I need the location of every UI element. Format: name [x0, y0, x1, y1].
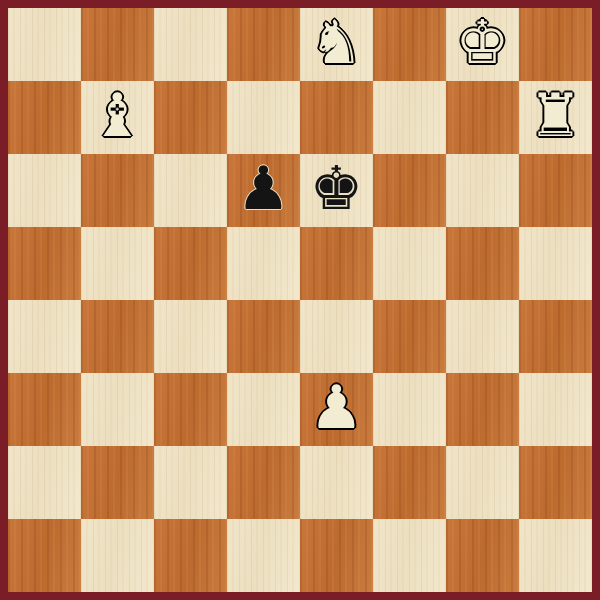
piece-black-pawn-d6[interactable]: ♟ [237, 154, 291, 225]
piece-white-knight-e8[interactable]: ♞ [310, 8, 364, 79]
square-f6[interactable] [373, 154, 446, 227]
square-e3[interactable]: ♟ [300, 373, 373, 446]
square-h1[interactable] [519, 519, 592, 592]
square-e7[interactable] [300, 81, 373, 154]
square-h8[interactable] [519, 8, 592, 81]
square-f7[interactable] [373, 81, 446, 154]
square-b8[interactable] [81, 8, 154, 81]
square-f8[interactable] [373, 8, 446, 81]
square-c6[interactable] [154, 154, 227, 227]
square-f5[interactable] [373, 227, 446, 300]
square-d2[interactable] [227, 446, 300, 519]
square-d4[interactable] [227, 300, 300, 373]
square-c8[interactable] [154, 8, 227, 81]
square-b3[interactable] [81, 373, 154, 446]
square-f2[interactable] [373, 446, 446, 519]
square-e4[interactable] [300, 300, 373, 373]
piece-white-bishop-b7[interactable]: ♝ [91, 81, 145, 152]
square-d7[interactable] [227, 81, 300, 154]
square-a6[interactable] [8, 154, 81, 227]
square-c3[interactable] [154, 373, 227, 446]
square-e5[interactable] [300, 227, 373, 300]
square-b2[interactable] [81, 446, 154, 519]
square-g3[interactable] [446, 373, 519, 446]
chess-board: ♞♚♝♜♟♚♟ [8, 8, 592, 592]
square-a1[interactable] [8, 519, 81, 592]
square-g7[interactable] [446, 81, 519, 154]
square-d5[interactable] [227, 227, 300, 300]
square-g4[interactable] [446, 300, 519, 373]
square-c2[interactable] [154, 446, 227, 519]
square-c7[interactable] [154, 81, 227, 154]
square-b6[interactable] [81, 154, 154, 227]
square-a5[interactable] [8, 227, 81, 300]
square-a7[interactable] [8, 81, 81, 154]
square-g1[interactable] [446, 519, 519, 592]
square-d1[interactable] [227, 519, 300, 592]
square-f1[interactable] [373, 519, 446, 592]
square-g8[interactable]: ♚ [446, 8, 519, 81]
square-h4[interactable] [519, 300, 592, 373]
square-h5[interactable] [519, 227, 592, 300]
square-a3[interactable] [8, 373, 81, 446]
square-g5[interactable] [446, 227, 519, 300]
piece-white-rook-h7[interactable]: ♜ [529, 81, 583, 152]
square-b1[interactable] [81, 519, 154, 592]
square-b5[interactable] [81, 227, 154, 300]
square-b7[interactable]: ♝ [81, 81, 154, 154]
square-f4[interactable] [373, 300, 446, 373]
square-e1[interactable] [300, 519, 373, 592]
piece-white-pawn-e3[interactable]: ♟ [310, 373, 364, 444]
square-d3[interactable] [227, 373, 300, 446]
square-c4[interactable] [154, 300, 227, 373]
square-c1[interactable] [154, 519, 227, 592]
square-h2[interactable] [519, 446, 592, 519]
square-b4[interactable] [81, 300, 154, 373]
square-a8[interactable] [8, 8, 81, 81]
piece-black-king-e6[interactable]: ♚ [310, 154, 364, 225]
square-a4[interactable] [8, 300, 81, 373]
square-a2[interactable] [8, 446, 81, 519]
piece-white-king-g8[interactable]: ♚ [456, 8, 510, 79]
square-g6[interactable] [446, 154, 519, 227]
square-d8[interactable] [227, 8, 300, 81]
square-f3[interactable] [373, 373, 446, 446]
square-e6[interactable]: ♚ [300, 154, 373, 227]
square-c5[interactable] [154, 227, 227, 300]
square-g2[interactable] [446, 446, 519, 519]
square-e2[interactable] [300, 446, 373, 519]
square-h6[interactable] [519, 154, 592, 227]
square-d6[interactable]: ♟ [227, 154, 300, 227]
square-e8[interactable]: ♞ [300, 8, 373, 81]
square-h7[interactable]: ♜ [519, 81, 592, 154]
square-h3[interactable] [519, 373, 592, 446]
chess-board-frame: ♞♚♝♜♟♚♟ [0, 0, 600, 600]
